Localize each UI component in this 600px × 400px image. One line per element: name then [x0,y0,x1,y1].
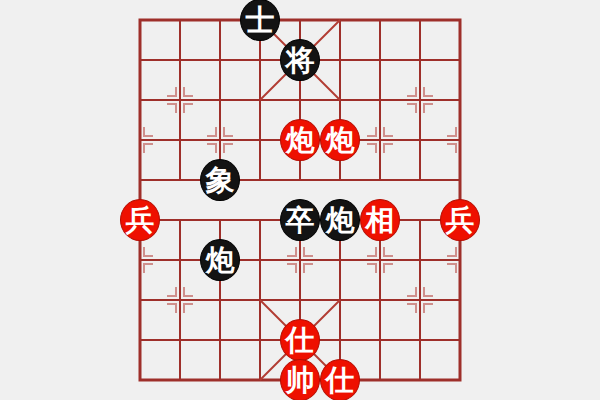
board-intersection-c1r8[interactable] [160,320,200,360]
board-intersection-c6r0[interactable] [360,0,400,40]
board-intersection-c4r7[interactable] [280,280,320,320]
board-intersection-c4r2[interactable] [280,80,320,120]
board-intersection-c2r7[interactable] [200,280,240,320]
board-intersection-c5r2[interactable] [320,80,360,120]
piece-red-soldier[interactable]: 兵 [120,199,160,241]
board-intersection-c2r2[interactable] [200,80,240,120]
board-intersection-c7r5[interactable] [400,200,440,240]
board-intersection-c3r5[interactable] [240,200,280,240]
board-intersection-c0r0[interactable] [120,0,160,40]
board-intersection-c7r4[interactable] [400,160,440,200]
board-intersection-c4r6[interactable] [280,240,320,280]
board-intersection-c2r1[interactable] [200,40,240,80]
piece-red-elephant[interactable]: 相 [360,199,400,241]
board-intersection-c3r1[interactable] [240,40,280,80]
board-intersection-c8r1[interactable] [440,40,480,80]
board-intersection-c0r1[interactable] [120,40,160,80]
board-intersection-c3r0[interactable]: 士 [240,0,280,40]
board-intersection-c2r5[interactable] [200,200,240,240]
piece-black-cannon[interactable]: 炮 [200,239,240,281]
board-intersection-c4r5[interactable]: 卒 [280,200,320,240]
board-intersection-c3r4[interactable] [240,160,280,200]
board-intersection-c6r7[interactable] [360,280,400,320]
board-intersection-c1r5[interactable] [160,200,200,240]
board-intersection-c6r3[interactable] [360,120,400,160]
piece-black-elephant[interactable]: 象 [200,159,240,201]
board-intersection-c6r6[interactable] [360,240,400,280]
piece-black-soldier[interactable]: 卒 [280,199,320,241]
board-intersection-c5r1[interactable] [320,40,360,80]
piece-black-advisor[interactable]: 士 [240,0,280,41]
board-intersection-c1r2[interactable] [160,80,200,120]
board-intersection-c4r8[interactable]: 仕 [280,320,320,360]
board-intersection-c8r8[interactable] [440,320,480,360]
board-intersection-c2r4[interactable]: 象 [200,160,240,200]
board-intersection-c6r2[interactable] [360,80,400,120]
board-intersection-c6r5[interactable]: 相 [360,200,400,240]
board-intersection-c7r8[interactable] [400,320,440,360]
xiangqi-app: 士将炮炮象兵卒炮相兵炮仕帅仕 [0,0,600,400]
board-intersection-c1r9[interactable] [160,360,200,400]
board-intersection-c3r8[interactable] [240,320,280,360]
piece-red-general[interactable]: 帅 [280,359,320,400]
board-intersection-c4r1[interactable]: 将 [280,40,320,80]
board-intersection-c7r0[interactable] [400,0,440,40]
piece-red-cannon[interactable]: 炮 [280,119,320,161]
board-intersection-c4r0[interactable] [280,0,320,40]
board-intersection-c8r3[interactable] [440,120,480,160]
piece-red-advisor[interactable]: 仕 [280,319,320,361]
board-intersection-c5r9[interactable]: 仕 [320,360,360,400]
board-intersection-c3r6[interactable] [240,240,280,280]
board-intersection-c4r9[interactable]: 帅 [280,360,320,400]
board-intersection-c8r7[interactable] [440,280,480,320]
board-intersection-c8r4[interactable] [440,160,480,200]
board-intersection-c7r6[interactable] [400,240,440,280]
board-intersection-c2r6[interactable]: 炮 [200,240,240,280]
board-intersection-c3r3[interactable] [240,120,280,160]
board-intersection-c8r2[interactable] [440,80,480,120]
board-intersection-c4r3[interactable]: 炮 [280,120,320,160]
board-intersection-c2r8[interactable] [200,320,240,360]
board-intersection-c0r4[interactable] [120,160,160,200]
board-intersection-c7r1[interactable] [400,40,440,80]
board-intersection-c8r5[interactable]: 兵 [440,200,480,240]
board-intersection-c0r9[interactable] [120,360,160,400]
piece-black-general[interactable]: 将 [280,39,320,81]
board-intersection-c0r5[interactable]: 兵 [120,200,160,240]
piece-red-soldier[interactable]: 兵 [440,199,480,241]
board-intersection-c5r4[interactable] [320,160,360,200]
board-intersection-c8r9[interactable] [440,360,480,400]
board-intersection-c2r0[interactable] [200,0,240,40]
board-intersection-c6r1[interactable] [360,40,400,80]
board-intersection-c0r6[interactable] [120,240,160,280]
board-intersection-c0r2[interactable] [120,80,160,120]
board-intersection-c1r0[interactable] [160,0,200,40]
board-intersection-c5r6[interactable] [320,240,360,280]
board-intersection-c1r1[interactable] [160,40,200,80]
board-intersection-c1r4[interactable] [160,160,200,200]
board-intersection-c1r3[interactable] [160,120,200,160]
board-intersection-c4r4[interactable] [280,160,320,200]
piece-red-cannon[interactable]: 炮 [320,119,360,161]
board-intersection-c5r3[interactable]: 炮 [320,120,360,160]
board-intersection-c7r7[interactable] [400,280,440,320]
board-intersection-c0r3[interactable] [120,120,160,160]
board-intersection-c0r8[interactable] [120,320,160,360]
board-intersection-c3r7[interactable] [240,280,280,320]
board-intersection-c3r2[interactable] [240,80,280,120]
board-intersection-c2r9[interactable] [200,360,240,400]
board-intersection-c5r7[interactable] [320,280,360,320]
board-intersection-c7r9[interactable] [400,360,440,400]
xiangqi-board: 士将炮炮象兵卒炮相兵炮仕帅仕 [120,0,480,400]
board-intersection-c5r8[interactable] [320,320,360,360]
piece-black-cannon[interactable]: 炮 [320,199,360,241]
piece-red-advisor[interactable]: 仕 [320,359,360,400]
board-intersection-c1r7[interactable] [160,280,200,320]
board-intersection-c7r2[interactable] [400,80,440,120]
board-intersection-c5r5[interactable]: 炮 [320,200,360,240]
board-intersection-c8r6[interactable] [440,240,480,280]
board-intersection-c1r6[interactable] [160,240,200,280]
board-intersection-c3r9[interactable] [240,360,280,400]
board-intersection-c0r7[interactable] [120,280,160,320]
board-intersection-c7r3[interactable] [400,120,440,160]
board-intersection-c6r4[interactable] [360,160,400,200]
board-intersection-c6r9[interactable] [360,360,400,400]
board-intersection-c6r8[interactable] [360,320,400,360]
board-intersection-c2r3[interactable] [200,120,240,160]
board-intersection-c8r0[interactable] [440,0,480,40]
board-intersection-c5r0[interactable] [320,0,360,40]
